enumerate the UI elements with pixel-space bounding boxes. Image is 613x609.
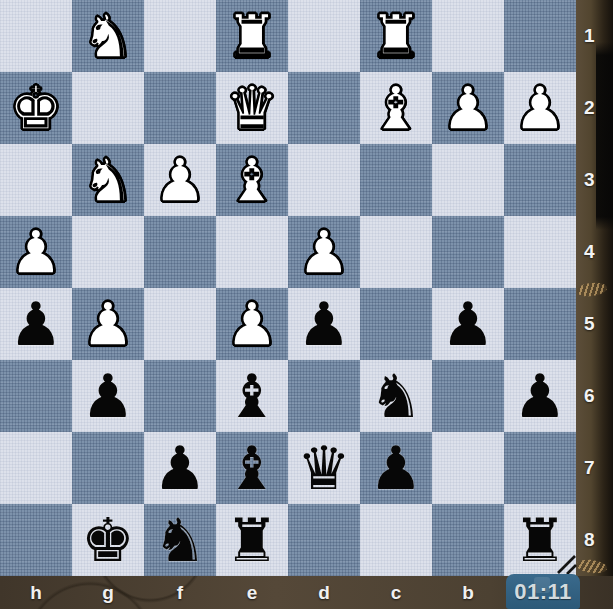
square-b3[interactable]	[432, 144, 504, 216]
square-a1[interactable]	[504, 0, 576, 72]
square-e5[interactable]: ♟	[216, 288, 288, 360]
rank-label-2: 2	[576, 72, 613, 144]
square-d8[interactable]	[288, 504, 360, 576]
black-pawn-b5[interactable]: ♟	[432, 288, 504, 360]
file-label-g: g	[72, 576, 144, 609]
black-pawn-c7[interactable]: ♟	[360, 432, 432, 504]
square-c2[interactable]: ♝	[360, 72, 432, 144]
file-label-d: d	[288, 576, 360, 609]
square-g7[interactable]	[72, 432, 144, 504]
square-h2[interactable]: ♚	[0, 72, 72, 144]
black-bishop-e7[interactable]: ♝	[216, 432, 288, 504]
chess-board[interactable]: ♞♜♜♚♛♝♟♟♞♟♝♟♟♟♟♟♟♟♟♝♞♟♟♝♛♟♚♞♜♜	[0, 0, 576, 576]
square-c8[interactable]	[360, 504, 432, 576]
square-e6[interactable]: ♝	[216, 360, 288, 432]
white-bishop-c2[interactable]: ♝	[360, 72, 432, 144]
black-pawn-h5[interactable]: ♟	[0, 288, 72, 360]
square-h6[interactable]	[0, 360, 72, 432]
square-g3[interactable]: ♞	[72, 144, 144, 216]
rank-label-6: 6	[576, 360, 613, 432]
white-pawn-g5[interactable]: ♟	[72, 288, 144, 360]
square-c6[interactable]: ♞	[360, 360, 432, 432]
square-h7[interactable]	[0, 432, 72, 504]
square-c1[interactable]: ♜	[360, 0, 432, 72]
white-pawn-h4[interactable]: ♟	[0, 216, 72, 288]
square-e8[interactable]: ♜	[216, 504, 288, 576]
square-e1[interactable]: ♜	[216, 0, 288, 72]
rank-label-8: 8	[576, 504, 613, 576]
file-label-f: f	[144, 576, 216, 609]
square-f3[interactable]: ♟	[144, 144, 216, 216]
clock-glare	[534, 577, 550, 593]
black-king-g8[interactable]: ♚	[72, 504, 144, 576]
square-d2[interactable]	[288, 72, 360, 144]
square-b7[interactable]	[432, 432, 504, 504]
file-label-h: h	[0, 576, 72, 609]
square-c7[interactable]: ♟	[360, 432, 432, 504]
square-a2[interactable]: ♟	[504, 72, 576, 144]
square-g5[interactable]: ♟	[72, 288, 144, 360]
file-label-c: c	[360, 576, 432, 609]
rank-label-7: 7	[576, 432, 613, 504]
player-clock: 01:11	[506, 574, 580, 609]
square-f4[interactable]	[144, 216, 216, 288]
square-d3[interactable]	[288, 144, 360, 216]
white-rook-c1[interactable]: ♜	[360, 0, 432, 72]
square-g6[interactable]: ♟	[72, 360, 144, 432]
square-g1[interactable]: ♞	[72, 0, 144, 72]
black-knight-f8[interactable]: ♞	[144, 504, 216, 576]
white-pawn-d4[interactable]: ♟	[288, 216, 360, 288]
rank-label-5: 5	[576, 288, 613, 360]
square-c5[interactable]	[360, 288, 432, 360]
black-queen-d7[interactable]: ♛	[288, 432, 360, 504]
black-pawn-d5[interactable]: ♟	[288, 288, 360, 360]
square-h3[interactable]	[0, 144, 72, 216]
white-pawn-e5[interactable]: ♟	[216, 288, 288, 360]
rank-label-1: 1	[576, 0, 613, 72]
black-knight-c6[interactable]: ♞	[360, 360, 432, 432]
square-e2[interactable]: ♛	[216, 72, 288, 144]
square-f8[interactable]: ♞	[144, 504, 216, 576]
black-rook-e8[interactable]: ♜	[216, 504, 288, 576]
square-d6[interactable]	[288, 360, 360, 432]
black-pawn-a6[interactable]: ♟	[504, 360, 576, 432]
square-f7[interactable]: ♟	[144, 432, 216, 504]
game-screen: ♞♜♜♚♛♝♟♟♞♟♝♟♟♟♟♟♟♟♟♝♞♟♟♝♛♟♚♞♜♜ 12345678 …	[0, 0, 613, 609]
square-f6[interactable]	[144, 360, 216, 432]
file-label-b: b	[432, 576, 504, 609]
square-g2[interactable]	[72, 72, 144, 144]
rank-label-3: 3	[576, 144, 613, 216]
square-a5[interactable]	[504, 288, 576, 360]
square-h4[interactable]: ♟	[0, 216, 72, 288]
square-f5[interactable]	[144, 288, 216, 360]
square-a6[interactable]: ♟	[504, 360, 576, 432]
square-d1[interactable]	[288, 0, 360, 72]
black-pawn-g6[interactable]: ♟	[72, 360, 144, 432]
square-h8[interactable]	[0, 504, 72, 576]
square-g4[interactable]	[72, 216, 144, 288]
square-d5[interactable]: ♟	[288, 288, 360, 360]
square-d7[interactable]: ♛	[288, 432, 360, 504]
white-pawn-f3[interactable]: ♟	[144, 144, 216, 216]
file-label-e: e	[216, 576, 288, 609]
white-pawn-a2[interactable]: ♟	[504, 72, 576, 144]
square-e3[interactable]: ♝	[216, 144, 288, 216]
square-d4[interactable]: ♟	[288, 216, 360, 288]
square-a3[interactable]	[504, 144, 576, 216]
square-a7[interactable]	[504, 432, 576, 504]
white-knight-g3[interactable]: ♞	[72, 144, 144, 216]
square-b6[interactable]	[432, 360, 504, 432]
black-bishop-e6[interactable]: ♝	[216, 360, 288, 432]
square-c3[interactable]	[360, 144, 432, 216]
square-e4[interactable]	[216, 216, 288, 288]
white-bishop-e3[interactable]: ♝	[216, 144, 288, 216]
square-b1[interactable]	[432, 0, 504, 72]
square-f2[interactable]	[144, 72, 216, 144]
square-b4[interactable]	[432, 216, 504, 288]
square-c4[interactable]	[360, 216, 432, 288]
white-king-h2[interactable]: ♚	[0, 72, 72, 144]
square-h1[interactable]	[0, 0, 72, 72]
square-b5[interactable]: ♟	[432, 288, 504, 360]
square-e7[interactable]: ♝	[216, 432, 288, 504]
square-b8[interactable]	[432, 504, 504, 576]
white-rook-e1[interactable]: ♜	[216, 0, 288, 72]
square-h5[interactable]: ♟	[0, 288, 72, 360]
rank-coordinates-strip: 12345678	[576, 0, 613, 576]
black-pawn-f7[interactable]: ♟	[144, 432, 216, 504]
white-knight-g1[interactable]: ♞	[72, 0, 144, 72]
rank-label-4: 4	[576, 216, 613, 288]
white-pawn-b2[interactable]: ♟	[432, 72, 504, 144]
square-a4[interactable]	[504, 216, 576, 288]
square-f1[interactable]	[144, 0, 216, 72]
square-g8[interactable]: ♚	[72, 504, 144, 576]
white-queen-e2[interactable]: ♛	[216, 72, 288, 144]
square-b2[interactable]: ♟	[432, 72, 504, 144]
board-resize-icon[interactable]	[555, 553, 578, 576]
